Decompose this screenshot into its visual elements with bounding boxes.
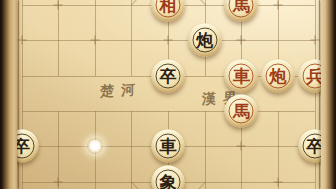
piece-glyph: 車 xyxy=(233,67,250,84)
piece-black-cannon[interactable]: 炮 xyxy=(188,24,221,57)
piece-glyph: 相 xyxy=(160,0,177,14)
move-highlight-glow[interactable] xyxy=(87,138,103,154)
piece-glyph: 象 xyxy=(160,173,177,189)
board-frame-right xyxy=(321,0,336,189)
piece-glyph: 車 xyxy=(160,138,177,155)
piece-glyph: 馬 xyxy=(233,102,250,119)
piece-glyph: 炮 xyxy=(270,67,287,84)
piece-glyph: 馬 xyxy=(233,0,250,14)
xiangqi-game-screen: 楚河 漢界 相馬炮卒車炮兵馬卒車卒象 xyxy=(0,0,336,189)
piece-black-soldier[interactable]: 卒 xyxy=(152,59,185,92)
piece-black-chariot[interactable]: 車 xyxy=(152,130,185,163)
river-label-chu-he: 楚河 xyxy=(100,81,142,101)
piece-red-cannon[interactable]: 炮 xyxy=(262,59,295,92)
piece-red-chariot[interactable]: 車 xyxy=(225,59,258,92)
piece-glyph: 炮 xyxy=(196,32,213,49)
board-frame-left xyxy=(0,0,17,189)
piece-red-horse[interactable]: 馬 xyxy=(225,94,258,127)
piece-glyph: 卒 xyxy=(160,67,177,84)
